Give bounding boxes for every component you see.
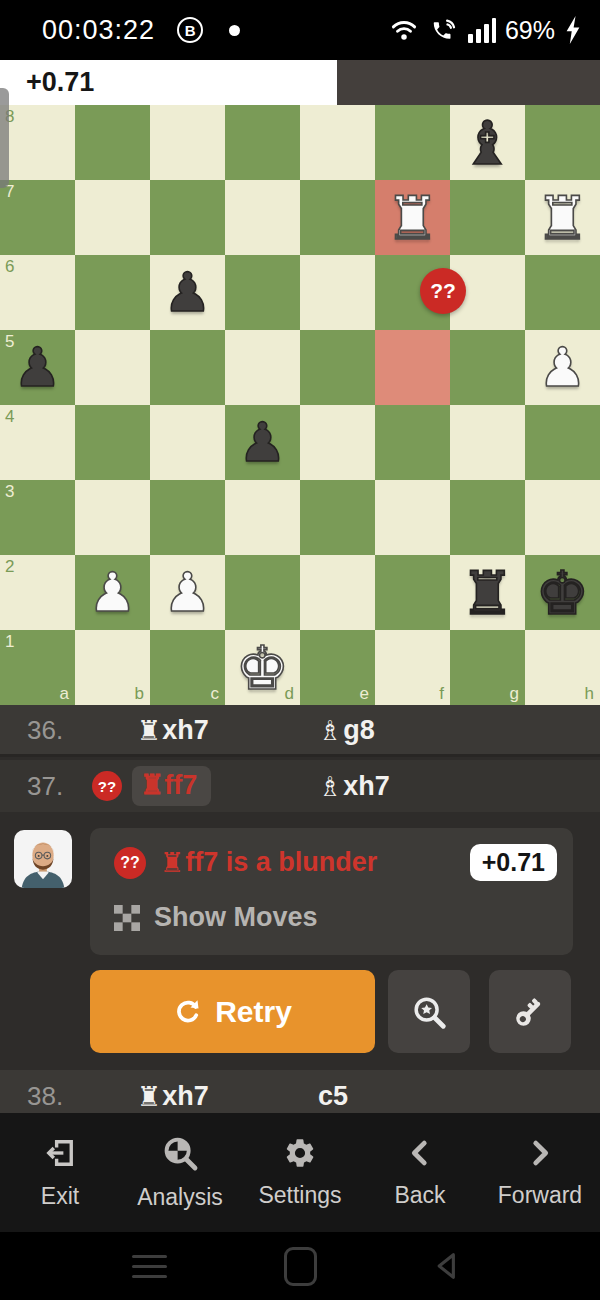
retry-icon [173,997,203,1027]
square-c1[interactable]: c [150,630,225,705]
piece-black-pawn-c6[interactable]: ♟ [150,255,225,330]
hint-key-button[interactable] [489,970,571,1053]
rank-label-5: 5 [5,332,14,352]
clock: 00:03:22 [42,15,155,46]
rook-glyph: ♜ [160,847,184,878]
status-icons: 69% [388,0,582,60]
square-a8[interactable]: 8 [0,105,75,180]
square-f8[interactable] [375,105,450,180]
retry-button[interactable]: Retry [90,970,375,1053]
black-move-38[interactable]: c5 [318,1080,348,1111]
square-g3[interactable] [450,480,525,555]
piece-white-pawn-b2[interactable]: ♟ [75,555,150,630]
square-e7[interactable] [300,180,375,255]
blunder-badge-small: ?? [92,771,122,801]
square-h5[interactable]: ♟ [525,330,600,405]
square-b1[interactable]: b [75,630,150,705]
square-g1[interactable]: g [450,630,525,705]
square-d8[interactable] [225,105,300,180]
nav-analysis[interactable]: Analysis [120,1113,240,1232]
square-g2[interactable]: ♜ [450,555,525,630]
square-c5[interactable] [150,330,225,405]
scroll-indicator [0,88,9,188]
square-d4[interactable]: ♟ [225,405,300,480]
chess-board[interactable]: 8♝7♜♜6♟5♟♟4♟32♟♟♜♚1abcd♚efgh [0,105,600,705]
chevron-right-icon [523,1136,557,1170]
black-move-36[interactable]: ♗ g8 [318,714,375,745]
battery-percent: 69% [505,16,555,45]
square-b5[interactable] [75,330,150,405]
square-a6[interactable]: 6 [0,255,75,330]
wifi-icon [388,15,420,45]
rank-label-6: 6 [5,257,14,277]
square-h6[interactable] [525,255,600,330]
android-back-icon[interactable] [430,1248,464,1284]
magnifier-star-icon [410,993,448,1031]
piece-white-rook-f7[interactable]: ♜ [375,180,450,255]
square-e2[interactable] [300,555,375,630]
square-b4[interactable] [75,405,150,480]
square-b7[interactable] [75,180,150,255]
nav-back[interactable]: Back [360,1113,480,1232]
square-d2[interactable] [225,555,300,630]
file-label-e: e [360,684,369,704]
signal-bars-icon [468,17,496,43]
square-c8[interactable] [150,105,225,180]
avatar [14,830,72,888]
square-c6[interactable]: ♟ [150,255,225,330]
blunder-card: ?? ♜ ff7 is a blunder +0.71 Show Moves [90,828,573,955]
b-notification-icon: B [177,17,203,43]
square-a2[interactable]: 2 [0,555,75,630]
square-e8[interactable] [300,105,375,180]
blunder-badge-card: ?? [114,847,146,879]
square-g5[interactable] [450,330,525,405]
charging-bolt-icon [564,16,582,44]
white-move-37[interactable]: ?? ♜ ff7 [92,766,211,806]
bishop-glyph: ♗ [318,714,342,745]
square-f1[interactable]: f [375,630,450,705]
checkerboard-icon [114,905,140,931]
square-e3[interactable] [300,480,375,555]
selected-move-box[interactable]: ♜ ff7 [132,766,211,806]
square-b3[interactable] [75,480,150,555]
square-b2[interactable]: ♟ [75,555,150,630]
bishop-glyph: ♗ [318,771,342,802]
square-e1[interactable]: e [300,630,375,705]
square-f3[interactable] [375,480,450,555]
square-d1[interactable]: d♚ [225,630,300,705]
square-c2[interactable]: ♟ [150,555,225,630]
move-row-37[interactable]: 37. ?? ♜ ff7 ♗ xh7 [0,760,600,812]
piece-white-pawn-c2[interactable]: ♟ [150,555,225,630]
square-h1[interactable]: h [525,630,600,705]
notification-dot-icon [229,25,240,36]
square-e5[interactable] [300,330,375,405]
square-d6[interactable] [225,255,300,330]
eval-white-fill: +0.71 [0,60,337,105]
square-c3[interactable] [150,480,225,555]
square-h7[interactable]: ♜ [525,180,600,255]
file-label-f: f [439,684,444,704]
square-e6[interactable] [300,255,375,330]
android-home-icon[interactable] [284,1247,317,1286]
file-label-g: g [510,684,519,704]
square-a1[interactable]: 1a [0,630,75,705]
piece-white-rook-h7[interactable]: ♜ [525,180,600,255]
square-c4[interactable] [150,405,225,480]
square-f2[interactable] [375,555,450,630]
android-navigation-bar [0,1232,600,1300]
move-row-36[interactable]: 36. ♜ xh7 ♗ g8 [0,705,600,757]
settings-gear-icon [283,1136,317,1170]
square-b6[interactable] [75,255,150,330]
nav-settings[interactable]: Settings [240,1113,360,1232]
square-d3[interactable] [225,480,300,555]
square-h2[interactable]: ♚ [525,555,600,630]
nav-forward[interactable]: Forward [480,1113,600,1232]
show-moves-button[interactable]: Show Moves [114,902,318,933]
nav-exit[interactable]: Exit [0,1113,120,1232]
file-label-d: d [285,684,294,704]
piece-white-pawn-h5[interactable]: ♟ [525,330,600,405]
square-c7[interactable] [150,180,225,255]
square-h3[interactable] [525,480,600,555]
square-e4[interactable] [300,405,375,480]
square-h8[interactable] [525,105,600,180]
eval-pill: +0.71 [470,844,557,881]
black-move-37[interactable]: ♗ xh7 [318,771,390,802]
square-b8[interactable] [75,105,150,180]
rank-label-2: 2 [5,557,14,577]
square-g7[interactable] [450,180,525,255]
move-number: 36. [27,714,63,745]
square-a4[interactable]: 4 [0,405,75,480]
square-d5[interactable] [225,330,300,405]
eval-bar: +0.71 [0,60,600,105]
square-f4[interactable] [375,405,450,480]
rook-glyph: ♜ [140,769,164,801]
piece-black-pawn-d4[interactable]: ♟ [225,405,300,480]
move-number: 37. [27,771,63,802]
rank-label-3: 3 [5,482,14,502]
rook-glyph: ♜ [137,714,161,745]
white-move-38[interactable]: ♜ xh7 [137,1080,209,1111]
exit-icon [42,1135,78,1171]
file-label-a: a [60,684,69,704]
piece-black-king-h2[interactable]: ♚ [525,555,600,630]
app-screen: 00:03:22 B 69% +0.71 [0,0,600,1300]
file-label-h: h [585,684,594,704]
square-g8[interactable]: ♝ [450,105,525,180]
rook-glyph: ♜ [137,1080,161,1111]
piece-black-rook-g2[interactable]: ♜ [450,555,525,630]
key-icon [511,993,549,1031]
wifi-calling-icon [429,15,459,45]
bottom-nav: Exit Analysis Settings Back [0,1113,600,1232]
blunder-text: ♜ ff7 is a blunder [160,847,377,878]
file-label-b: b [135,684,144,704]
square-d7[interactable] [225,180,300,255]
move-row-38[interactable]: 38. ♜ xh7 c5 [0,1070,600,1113]
rank-label-1: 1 [5,632,14,652]
android-menu-icon[interactable] [132,1255,167,1278]
square-a7[interactable]: 7 [0,180,75,255]
square-f7[interactable]: ♜ [375,180,450,255]
analysis-icon [161,1134,199,1172]
piece-black-bishop-g8[interactable]: ♝ [450,105,525,180]
rank-label-4: 4 [5,407,14,427]
square-g4[interactable] [450,405,525,480]
square-a3[interactable]: 3 [0,480,75,555]
analysis-panel: ?? ♜ ff7 is a blunder +0.71 Show Moves [0,812,600,1070]
square-a5[interactable]: 5♟ [0,330,75,405]
move-number: 38. [27,1080,63,1111]
chevron-left-icon [403,1136,437,1170]
square-h4[interactable] [525,405,600,480]
eval-score: +0.71 [26,67,94,98]
status-bar: 00:03:22 B 69% [0,0,600,60]
white-move-36[interactable]: ♜ xh7 [137,714,209,745]
file-label-c: c [211,684,220,704]
blunder-badge-board: ?? [420,268,466,314]
square-f5[interactable] [375,330,450,405]
analysis-zoom-button[interactable] [388,970,470,1053]
